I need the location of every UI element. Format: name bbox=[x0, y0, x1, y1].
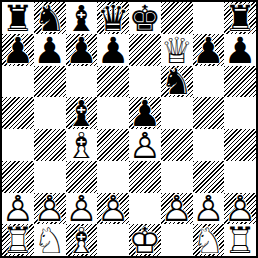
piece-white-knight[interactable]: ♞♘ bbox=[193, 224, 225, 256]
square-f2[interactable]: ♟♙ bbox=[161, 193, 193, 225]
piece-glyph-outline: ♙ bbox=[193, 194, 225, 225]
square-f7[interactable]: ♛♕ bbox=[161, 34, 193, 66]
piece-glyph-solid: ♟ bbox=[97, 35, 129, 66]
square-a2[interactable]: ♟♙ bbox=[2, 193, 34, 225]
piece-glyph-solid: ♚ bbox=[129, 3, 161, 34]
square-a8[interactable]: ♜ bbox=[2, 2, 34, 34]
square-d3[interactable] bbox=[97, 161, 129, 193]
square-h8[interactable]: ♜ bbox=[224, 2, 256, 34]
square-h7[interactable]: ♟ bbox=[224, 34, 256, 66]
piece-glyph-solid: ♜ bbox=[224, 3, 256, 34]
square-g4[interactable] bbox=[193, 129, 225, 161]
piece-glyph-solid: ♞ bbox=[161, 67, 193, 98]
piece-black-rook[interactable]: ♜ bbox=[2, 2, 34, 34]
piece-glyph-solid: ♟ bbox=[34, 35, 66, 66]
square-e6[interactable] bbox=[129, 66, 161, 98]
square-e2[interactable] bbox=[129, 193, 161, 225]
square-g6[interactable] bbox=[193, 66, 225, 98]
piece-glyph-outline: ♗ bbox=[66, 130, 98, 161]
square-b6[interactable] bbox=[34, 66, 66, 98]
square-b4[interactable] bbox=[34, 129, 66, 161]
square-d5[interactable] bbox=[97, 97, 129, 129]
piece-glyph-outline: ♘ bbox=[193, 225, 225, 256]
square-g3[interactable] bbox=[193, 161, 225, 193]
piece-glyph-outline: ♔ bbox=[129, 225, 161, 256]
square-b2[interactable]: ♟♙ bbox=[34, 193, 66, 225]
square-h1[interactable]: ♜♖ bbox=[224, 224, 256, 256]
square-f4[interactable] bbox=[161, 129, 193, 161]
piece-white-rook[interactable]: ♜♖ bbox=[2, 224, 34, 256]
piece-black-pawn[interactable]: ♟ bbox=[224, 34, 256, 66]
piece-glyph-solid: ♟ bbox=[193, 35, 225, 66]
piece-white-bishop[interactable]: ♝♗ bbox=[66, 129, 98, 161]
piece-glyph-solid: ♟ bbox=[224, 35, 256, 66]
piece-white-knight[interactable]: ♞♘ bbox=[34, 224, 66, 256]
square-c2[interactable]: ♟♙ bbox=[66, 193, 98, 225]
square-c1[interactable]: ♝♗ bbox=[66, 224, 98, 256]
square-f5[interactable] bbox=[161, 97, 193, 129]
square-h6[interactable] bbox=[224, 66, 256, 98]
square-c6[interactable] bbox=[66, 66, 98, 98]
piece-white-pawn[interactable]: ♟♙ bbox=[129, 129, 161, 161]
piece-glyph-outline: ♙ bbox=[129, 130, 161, 161]
square-c8[interactable]: ♝ bbox=[66, 2, 98, 34]
square-d7[interactable]: ♟ bbox=[97, 34, 129, 66]
piece-glyph-outline: ♙ bbox=[66, 194, 98, 225]
piece-white-pawn[interactable]: ♟♙ bbox=[193, 193, 225, 225]
piece-glyph-outline: ♙ bbox=[161, 194, 193, 225]
piece-glyph-outline: ♙ bbox=[2, 194, 34, 225]
piece-white-pawn[interactable]: ♟♙ bbox=[224, 193, 256, 225]
piece-glyph-outline: ♖ bbox=[2, 225, 34, 256]
piece-white-pawn[interactable]: ♟♙ bbox=[97, 193, 129, 225]
square-h4[interactable] bbox=[224, 129, 256, 161]
square-c5[interactable]: ♝ bbox=[66, 97, 98, 129]
square-a5[interactable] bbox=[2, 97, 34, 129]
square-b1[interactable]: ♞♘ bbox=[34, 224, 66, 256]
square-f8[interactable] bbox=[161, 2, 193, 34]
square-g1[interactable]: ♞♘ bbox=[193, 224, 225, 256]
piece-black-pawn[interactable]: ♟ bbox=[97, 34, 129, 66]
square-g8[interactable] bbox=[193, 2, 225, 34]
square-d2[interactable]: ♟♙ bbox=[97, 193, 129, 225]
square-a7[interactable]: ♟ bbox=[2, 34, 34, 66]
square-e1[interactable]: ♚♔ bbox=[129, 224, 161, 256]
square-b5[interactable] bbox=[34, 97, 66, 129]
piece-glyph-solid: ♟ bbox=[129, 98, 161, 129]
piece-glyph-outline: ♖ bbox=[224, 225, 256, 256]
piece-black-king[interactable]: ♚ bbox=[129, 2, 161, 34]
square-h2[interactable]: ♟♙ bbox=[224, 193, 256, 225]
square-c7[interactable]: ♟ bbox=[66, 34, 98, 66]
square-d6[interactable] bbox=[97, 66, 129, 98]
square-g2[interactable]: ♟♙ bbox=[193, 193, 225, 225]
piece-glyph-outline: ♙ bbox=[34, 194, 66, 225]
square-e5[interactable]: ♟ bbox=[129, 97, 161, 129]
piece-white-rook[interactable]: ♜♖ bbox=[224, 224, 256, 256]
square-d4[interactable] bbox=[97, 129, 129, 161]
piece-white-pawn[interactable]: ♟♙ bbox=[2, 193, 34, 225]
piece-black-pawn[interactable]: ♟ bbox=[193, 34, 225, 66]
square-h5[interactable] bbox=[224, 97, 256, 129]
piece-glyph-solid: ♜ bbox=[2, 3, 34, 34]
piece-glyph-solid: ♛ bbox=[97, 3, 129, 34]
square-a3[interactable] bbox=[2, 161, 34, 193]
square-c3[interactable] bbox=[66, 161, 98, 193]
piece-glyph-solid: ♟ bbox=[2, 35, 34, 66]
piece-black-pawn[interactable]: ♟ bbox=[2, 34, 34, 66]
piece-white-pawn[interactable]: ♟♙ bbox=[161, 193, 193, 225]
square-e7[interactable] bbox=[129, 34, 161, 66]
square-e4[interactable]: ♟♙ bbox=[129, 129, 161, 161]
piece-white-king[interactable]: ♚♔ bbox=[129, 224, 161, 256]
piece-glyph-solid: ♞ bbox=[34, 3, 66, 34]
piece-white-bishop[interactable]: ♝♗ bbox=[66, 224, 98, 256]
square-e3[interactable] bbox=[129, 161, 161, 193]
square-a1[interactable]: ♜♖ bbox=[2, 224, 34, 256]
piece-black-queen[interactable]: ♛ bbox=[97, 2, 129, 34]
square-h3[interactable] bbox=[224, 161, 256, 193]
square-f6[interactable]: ♞ bbox=[161, 66, 193, 98]
piece-glyph-outline: ♕ bbox=[161, 35, 193, 66]
piece-glyph-outline: ♙ bbox=[97, 194, 129, 225]
square-d8[interactable]: ♛ bbox=[97, 2, 129, 34]
square-b8[interactable]: ♞ bbox=[34, 2, 66, 34]
piece-black-bishop[interactable]: ♝ bbox=[66, 97, 98, 129]
square-f3[interactable] bbox=[161, 161, 193, 193]
piece-glyph-solid: ♝ bbox=[66, 3, 98, 34]
piece-glyph-solid: ♟ bbox=[66, 35, 98, 66]
piece-glyph-solid: ♝ bbox=[66, 98, 98, 129]
square-g7[interactable]: ♟ bbox=[193, 34, 225, 66]
piece-white-queen[interactable]: ♛♕ bbox=[161, 34, 193, 66]
piece-black-knight[interactable]: ♞ bbox=[34, 2, 66, 34]
square-a6[interactable] bbox=[2, 66, 34, 98]
square-d1[interactable] bbox=[97, 224, 129, 256]
piece-black-rook[interactable]: ♜ bbox=[224, 2, 256, 34]
square-a4[interactable] bbox=[2, 129, 34, 161]
piece-glyph-outline: ♙ bbox=[224, 194, 256, 225]
piece-white-pawn[interactable]: ♟♙ bbox=[66, 193, 98, 225]
piece-black-knight[interactable]: ♞ bbox=[161, 66, 193, 98]
square-b7[interactable]: ♟ bbox=[34, 34, 66, 66]
piece-black-bishop[interactable]: ♝ bbox=[66, 2, 98, 34]
piece-white-pawn[interactable]: ♟♙ bbox=[34, 193, 66, 225]
square-b3[interactable] bbox=[34, 161, 66, 193]
square-e8[interactable]: ♚ bbox=[129, 2, 161, 34]
piece-black-pawn[interactable]: ♟ bbox=[129, 97, 161, 129]
piece-black-pawn[interactable]: ♟ bbox=[66, 34, 98, 66]
piece-glyph-outline: ♗ bbox=[66, 225, 98, 256]
square-c4[interactable]: ♝♗ bbox=[66, 129, 98, 161]
square-g5[interactable] bbox=[193, 97, 225, 129]
piece-glyph-outline: ♘ bbox=[34, 225, 66, 256]
chess-board: ♜♞♝♛♚♜♟♟♟♟♛♕♟♟♞♝♟♝♗♟♙♟♙♟♙♟♙♟♙♟♙♟♙♟♙♜♖♞♘♝… bbox=[0, 0, 258, 258]
piece-black-pawn[interactable]: ♟ bbox=[34, 34, 66, 66]
square-f1[interactable] bbox=[161, 224, 193, 256]
